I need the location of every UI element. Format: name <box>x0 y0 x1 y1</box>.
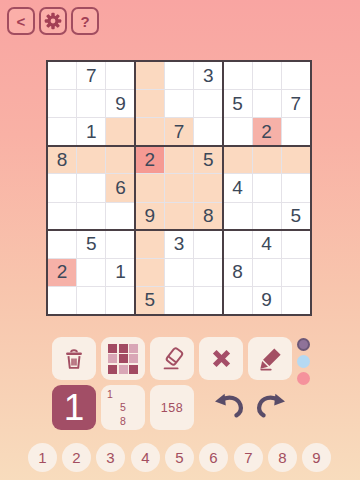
box-separator-h2 <box>48 229 310 231</box>
pen-button[interactable] <box>248 337 292 380</box>
cell-r6c9[interactable]: 5 <box>282 203 310 230</box>
cell-r5c5[interactable] <box>165 174 193 201</box>
box-separator-v1 <box>134 62 136 314</box>
cell-r3c4[interactable] <box>136 118 164 145</box>
digit-label: 6 <box>209 449 217 466</box>
cell-r8c4[interactable] <box>136 259 164 286</box>
digit-button-4[interactable]: 4 <box>131 443 160 472</box>
digit-button-9[interactable]: 9 <box>302 443 331 472</box>
cell-r7c4[interactable] <box>136 231 164 258</box>
sudoku-board: 739571728256498553421859 <box>46 60 312 316</box>
cell-r2c9[interactable]: 7 <box>282 90 310 117</box>
cell-r8c6[interactable] <box>194 259 222 286</box>
redo-icon <box>254 392 288 422</box>
color-grid-square <box>119 344 128 353</box>
corner-marks-button[interactable]: 1 5 8 <box>101 385 145 430</box>
cell-r9c2[interactable] <box>77 287 105 314</box>
color-grid-square <box>108 344 117 353</box>
cell-r3c1[interactable] <box>48 118 76 145</box>
cell-r9c4[interactable]: 5 <box>136 287 164 314</box>
center-marks-label: 158 <box>161 401 183 415</box>
cell-r9c5[interactable] <box>165 287 193 314</box>
color-grid-square <box>108 354 117 363</box>
cell-r3c8[interactable]: 2 <box>253 118 281 145</box>
color-grid-icon <box>108 344 138 374</box>
cell-r6c6[interactable]: 8 <box>194 203 222 230</box>
cell-r4c9[interactable] <box>282 146 310 173</box>
digit-label: 7 <box>244 449 252 466</box>
cell-r7c5[interactable]: 3 <box>165 231 193 258</box>
digit-label: 2 <box>72 449 80 466</box>
cell-r9c1[interactable] <box>48 287 76 314</box>
cell-r4c1[interactable]: 8 <box>48 146 76 173</box>
eraser-button[interactable] <box>150 337 194 380</box>
cell-r8c5[interactable] <box>165 259 193 286</box>
cell-r3c3[interactable] <box>106 118 134 145</box>
cell-r9c7[interactable] <box>223 287 251 314</box>
cell-r7c6[interactable] <box>194 231 222 258</box>
digit-label: 9 <box>312 449 320 466</box>
color-dot-pink[interactable] <box>297 372 310 385</box>
cell-r2c5[interactable] <box>165 90 193 117</box>
bottom-mark: 8 <box>101 416 145 427</box>
cell-r4c4[interactable]: 2 <box>136 146 164 173</box>
cell-r1c1[interactable] <box>48 62 76 89</box>
delete-button[interactable] <box>52 337 96 380</box>
cell-r8c1[interactable]: 2 <box>48 259 76 286</box>
help-icon: ? <box>80 14 89 29</box>
color-grid-square <box>119 365 128 374</box>
cell-r1c7[interactable] <box>223 62 251 89</box>
trash-icon <box>61 346 87 372</box>
sudoku-app: < ? 739571728256498553421859 <box>0 0 360 480</box>
cell-r5c8[interactable] <box>253 174 281 201</box>
cell-r2c8[interactable] <box>253 90 281 117</box>
cell-r1c9[interactable] <box>282 62 310 89</box>
color-dot-purple[interactable] <box>297 338 310 351</box>
color-grid-square <box>129 344 138 353</box>
color-grid-square <box>119 354 128 363</box>
digit-label: 4 <box>141 449 149 466</box>
color-grid-square <box>108 365 117 374</box>
cell-r1c8[interactable] <box>253 62 281 89</box>
digit-button-1[interactable]: 1 <box>28 443 57 472</box>
digit-label: 5 <box>175 449 183 466</box>
center-mark: 5 <box>101 402 145 413</box>
cell-r4c3[interactable] <box>106 146 134 173</box>
help-button[interactable]: ? <box>71 7 99 35</box>
cell-r1c4[interactable] <box>136 62 164 89</box>
cell-r5c9[interactable] <box>282 174 310 201</box>
cell-r3c2[interactable]: 1 <box>77 118 105 145</box>
cell-r8c7[interactable]: 8 <box>223 259 251 286</box>
gear-icon <box>44 12 62 30</box>
color-grid-square <box>129 354 138 363</box>
cell-r6c2[interactable] <box>77 203 105 230</box>
cell-r8c3[interactable]: 1 <box>106 259 134 286</box>
cell-r3c6[interactable] <box>194 118 222 145</box>
cell-r8c2[interactable] <box>77 259 105 286</box>
cell-r9c6[interactable] <box>194 287 222 314</box>
cell-r9c3[interactable] <box>106 287 134 314</box>
cell-r5c3[interactable]: 6 <box>106 174 134 201</box>
digit-entry-label: 1 <box>64 387 85 429</box>
cell-r1c5[interactable] <box>165 62 193 89</box>
cell-r3c7[interactable] <box>223 118 251 145</box>
cell-r7c7[interactable] <box>223 231 251 258</box>
digit-button-5[interactable]: 5 <box>165 443 194 472</box>
cell-r2c3[interactable]: 9 <box>106 90 134 117</box>
pen-icon <box>257 345 284 372</box>
cell-r1c3[interactable] <box>106 62 134 89</box>
cell-r5c6[interactable] <box>194 174 222 201</box>
corner-mark: 1 <box>107 389 113 400</box>
digit-entry-button[interactable]: 1 <box>52 385 96 430</box>
cell-r5c7[interactable]: 4 <box>223 174 251 201</box>
cell-r6c5[interactable] <box>165 203 193 230</box>
cell-r8c8[interactable] <box>253 259 281 286</box>
cell-r9c9[interactable] <box>282 287 310 314</box>
cell-r6c8[interactable] <box>253 203 281 230</box>
cell-r4c7[interactable] <box>223 146 251 173</box>
cell-r4c6[interactable]: 5 <box>194 146 222 173</box>
cell-r2c7[interactable]: 5 <box>223 90 251 117</box>
cell-r7c3[interactable] <box>106 231 134 258</box>
cell-r6c4[interactable]: 9 <box>136 203 164 230</box>
redo-button[interactable] <box>254 392 288 422</box>
back-button[interactable]: < <box>7 7 35 35</box>
cell-r2c6[interactable] <box>194 90 222 117</box>
digit-label: 3 <box>106 449 114 466</box>
digit-button-3[interactable]: 3 <box>96 443 125 472</box>
cell-r5c2[interactable] <box>77 174 105 201</box>
cell-r8c9[interactable] <box>282 259 310 286</box>
cell-r7c1[interactable] <box>48 231 76 258</box>
cell-r1c6[interactable]: 3 <box>194 62 222 89</box>
cell-r2c2[interactable] <box>77 90 105 117</box>
digit-label: 8 <box>278 449 286 466</box>
digit-button-8[interactable]: 8 <box>268 443 297 472</box>
color-grid-square <box>129 365 138 374</box>
eraser-icon <box>159 345 186 372</box>
cell-r5c4[interactable] <box>136 174 164 201</box>
x-icon <box>209 346 234 371</box>
cell-r4c5[interactable] <box>165 146 193 173</box>
color-dot-blue[interactable] <box>297 355 310 368</box>
cell-r6c3[interactable] <box>106 203 134 230</box>
cell-r7c8[interactable]: 4 <box>253 231 281 258</box>
clear-button[interactable] <box>199 337 243 380</box>
cell-r1c2[interactable]: 7 <box>77 62 105 89</box>
cell-r2c1[interactable] <box>48 90 76 117</box>
cell-r6c1[interactable] <box>48 203 76 230</box>
cell-r4c8[interactable] <box>253 146 281 173</box>
digit-button-6[interactable]: 6 <box>199 443 228 472</box>
undo-button[interactable] <box>212 392 246 422</box>
cell-r7c9[interactable] <box>282 231 310 258</box>
digit-button-7[interactable]: 7 <box>234 443 263 472</box>
palette-button[interactable] <box>101 337 145 380</box>
box-separator-v2 <box>222 62 224 314</box>
box-separator-h1 <box>48 145 310 147</box>
cell-r4c2[interactable] <box>77 146 105 173</box>
cell-r7c2[interactable]: 5 <box>77 231 105 258</box>
cell-r3c9[interactable] <box>282 118 310 145</box>
center-marks-button[interactable]: 158 <box>150 385 194 430</box>
settings-button[interactable] <box>39 7 67 35</box>
cell-r6c7[interactable] <box>223 203 251 230</box>
cell-r5c1[interactable] <box>48 174 76 201</box>
cell-r9c8[interactable]: 9 <box>253 287 281 314</box>
digit-label: 1 <box>38 449 46 466</box>
digit-button-2[interactable]: 2 <box>62 443 91 472</box>
cell-r2c4[interactable] <box>136 90 164 117</box>
back-icon: < <box>17 14 26 29</box>
cell-r3c5[interactable]: 7 <box>165 118 193 145</box>
sudoku-grid: 739571728256498553421859 <box>48 62 310 314</box>
undo-icon <box>212 392 246 422</box>
